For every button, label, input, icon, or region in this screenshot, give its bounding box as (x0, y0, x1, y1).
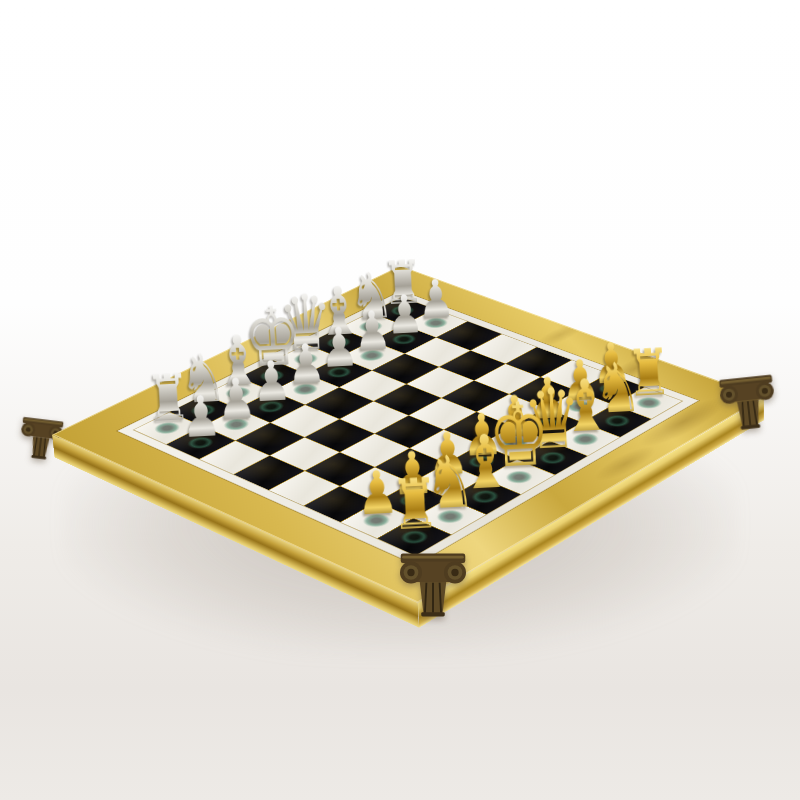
piece-gold-rook-h8[interactable]: ♜ (389, 471, 441, 539)
piece-silver-pawn-e2[interactable]: ♟ (285, 337, 326, 391)
piece-silver-pawn-f2[interactable]: ♟ (251, 354, 292, 409)
board-foot-right (715, 373, 780, 433)
board-foot-front (396, 552, 470, 618)
piece-silver-pawn-h2[interactable]: ♟ (180, 389, 222, 445)
chess-set-photo: ♜♞♝♚♛♝♞♜♟♟♟♟♟♟♟♟♟♟♟♟♟♟♟♟♜♞♝♚♛♝♞♜ (0, 0, 800, 800)
piece-silver-pawn-g2[interactable]: ♟ (216, 371, 258, 426)
